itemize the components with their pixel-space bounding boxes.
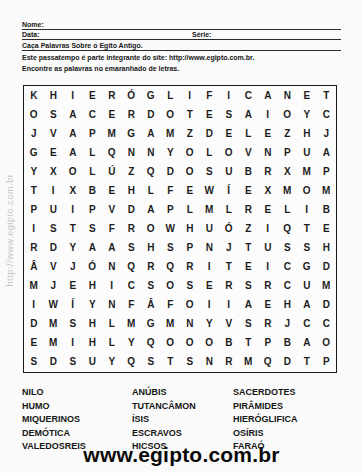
grid-cell-r4c14[interactable]: P xyxy=(278,143,298,162)
grid-cell-r15c9[interactable]: S xyxy=(180,353,200,372)
word-item: MIQUERINOS xyxy=(22,413,86,427)
grid-cell-r14c9[interactable]: O xyxy=(180,334,200,353)
grid-cell-r10c13[interactable]: I xyxy=(258,258,278,277)
grid-cell-r9c9[interactable]: P xyxy=(180,239,200,258)
grid-cell-r12c13[interactable]: E xyxy=(258,296,278,315)
grid-cell-r14c8[interactable]: O xyxy=(161,334,181,353)
word-item: ÍSIS xyxy=(132,413,196,427)
grid-cell-r1c6[interactable]: Ó xyxy=(122,86,142,105)
grid-cell-r11c14[interactable]: C xyxy=(278,277,298,296)
word-item: SACERDOTES xyxy=(233,386,298,400)
grid-cell-r5c9[interactable]: O xyxy=(180,162,200,181)
grid-cell-r5c1[interactable]: Y xyxy=(24,162,44,181)
grid-cell-r7c6[interactable]: D xyxy=(122,200,142,219)
grid-cell-r13c7[interactable]: G xyxy=(141,315,161,334)
grid-cell-r4c16[interactable]: A xyxy=(317,143,337,162)
grid-cell-r10c5[interactable]: N xyxy=(102,258,122,277)
source-note: Este passatempo é parte integrante do si… xyxy=(22,53,341,62)
grid-cell-r14c2[interactable]: M xyxy=(44,334,64,353)
grid-cell-r13c14[interactable]: J xyxy=(278,315,298,334)
grid-cell-r1c12[interactable]: C xyxy=(239,86,259,105)
grid-cell-r8c10[interactable]: U xyxy=(200,219,220,238)
grid-cell-r13c8[interactable]: M xyxy=(161,315,181,334)
grid-cell-r10c8[interactable]: Q xyxy=(161,258,181,277)
grid-cell-r4c5[interactable]: Q xyxy=(102,143,122,162)
grid-cell-r15c11[interactable]: R xyxy=(219,353,239,372)
grid-cell-r1c13[interactable]: A xyxy=(258,86,278,105)
grid-cell-r4c1[interactable]: G xyxy=(24,143,44,162)
grid-cell-r11c2[interactable]: J xyxy=(44,277,64,296)
grid-cell-r13c9[interactable]: N xyxy=(180,315,200,334)
grid-cell-r9c5[interactable]: A xyxy=(102,239,122,258)
grid-cell-r2c10[interactable]: E xyxy=(200,105,220,124)
grid-cell-r7c5[interactable]: V xyxy=(102,200,122,219)
grid-cell-r9c11[interactable]: J xyxy=(219,239,239,258)
grid-cell-r8c8[interactable]: W xyxy=(161,219,181,238)
grid-cell-r10c12[interactable]: E xyxy=(239,258,259,277)
grid-cell-r1c4[interactable]: E xyxy=(83,86,103,105)
grade-label: Série: xyxy=(192,30,211,39)
grid-cell-r13c12[interactable]: S xyxy=(239,315,259,334)
grid-cell-r8c3[interactable]: T xyxy=(63,219,83,238)
grid-cell-r15c5[interactable]: Y xyxy=(102,353,122,372)
name-field-row: Nome: xyxy=(22,20,341,30)
grid-cell-r2c12[interactable]: A xyxy=(239,105,259,124)
grid-cell-r13c15[interactable]: C xyxy=(297,315,317,334)
grid-cell-r3c6[interactable]: G xyxy=(122,124,142,143)
grid-cell-r11c10[interactable]: E xyxy=(200,277,220,296)
grid-cell-r2c1[interactable]: O xyxy=(24,105,44,124)
grid-cell-r7c13[interactable]: E xyxy=(258,200,278,219)
grid-cell-r5c13[interactable]: R xyxy=(258,162,278,181)
grid-cell-r11c5[interactable]: I xyxy=(102,277,122,296)
grid-cell-r11c11[interactable]: R xyxy=(219,277,239,296)
grid-cell-r13c5[interactable]: L xyxy=(102,315,122,334)
grid-cell-r14c7[interactable]: Q xyxy=(141,334,161,353)
grid-cell-r3c10[interactable]: D xyxy=(200,124,220,143)
grid-cell-r15c15[interactable]: T xyxy=(297,353,317,372)
grid-cell-r13c2[interactable]: M xyxy=(44,315,64,334)
grid-cell-r15c8[interactable]: T xyxy=(161,353,181,372)
grid-cell-r14c12[interactable]: T xyxy=(239,334,259,353)
grid-cell-r8c4[interactable]: S xyxy=(83,219,103,238)
grid-cell-r10c7[interactable]: R xyxy=(141,258,161,277)
grid-cell-r7c3[interactable]: I xyxy=(63,200,83,219)
grid-cell-r8c12[interactable]: Z xyxy=(239,219,259,238)
grid-cell-r1c7[interactable]: G xyxy=(141,86,161,105)
grid-cell-r3c5[interactable]: M xyxy=(102,124,122,143)
grid-cell-r4c6[interactable]: N xyxy=(122,143,142,162)
grid-cell-r11c4[interactable]: H xyxy=(83,277,103,296)
grid-cell-r6c10[interactable]: W xyxy=(200,181,220,200)
grid-cell-r8c9[interactable]: H xyxy=(180,219,200,238)
grid-cell-r12c16[interactable]: D xyxy=(317,296,337,315)
grid-cell-r13c6[interactable]: M xyxy=(122,315,142,334)
grid-cell-r8c16[interactable]: E xyxy=(317,219,337,238)
grid-cell-r15c6[interactable]: Q xyxy=(122,353,142,372)
grid-cell-r5c10[interactable]: S xyxy=(200,162,220,181)
grid-cell-r2c9[interactable]: T xyxy=(180,105,200,124)
grid-cell-r6c8[interactable]: F xyxy=(161,181,181,200)
grid-cell-r12c1[interactable]: I xyxy=(24,296,44,315)
grid-cell-r10c14[interactable]: C xyxy=(278,258,298,277)
word-item: HIERÓGLIFICA xyxy=(233,413,298,427)
grid-cell-r1c3[interactable]: I xyxy=(63,86,83,105)
grid-cell-r3c12[interactable]: L xyxy=(239,124,259,143)
grid-cell-r11c8[interactable]: O xyxy=(161,277,181,296)
grid-cell-r4c13[interactable]: N xyxy=(258,143,278,162)
grid-cell-r5c14[interactable]: X xyxy=(278,162,298,181)
grid-cell-r1c16[interactable]: T xyxy=(317,86,337,105)
grid-cell-r5c3[interactable]: O xyxy=(63,162,83,181)
grid-cell-r15c3[interactable]: S xyxy=(63,353,83,372)
grid-cell-r7c16[interactable]: B xyxy=(317,200,337,219)
grid-cell-r2c14[interactable]: O xyxy=(278,105,298,124)
grid-cell-r10c10[interactable]: I xyxy=(200,258,220,277)
grid-cell-r4c10[interactable]: L xyxy=(200,143,220,162)
grid-cell-r13c3[interactable]: S xyxy=(63,315,83,334)
grid-cell-r10c16[interactable]: D xyxy=(317,258,337,277)
side-watermark-url: http://www.egipto.com.br xyxy=(4,130,16,330)
grid-cell-r12c6[interactable]: F xyxy=(122,296,142,315)
grid-cell-r2c4[interactable]: C xyxy=(83,105,103,124)
grid-cell-r2c7[interactable]: D xyxy=(141,105,161,124)
grid-cell-r2c15[interactable]: Y xyxy=(297,105,317,124)
grid-cell-r8c13[interactable]: I xyxy=(258,219,278,238)
grid-cell-r5c2[interactable]: X xyxy=(44,162,64,181)
grid-cell-r12c2[interactable]: W xyxy=(44,296,64,315)
grid-cell-r7c12[interactable]: R xyxy=(239,200,259,219)
grid-cell-r8c1[interactable]: I xyxy=(24,219,44,238)
grid-cell-r4c4[interactable]: L xyxy=(83,143,103,162)
grid-cell-r14c3[interactable]: I xyxy=(63,334,83,353)
grid-cell-r5c16[interactable]: P xyxy=(317,162,337,181)
grid-cell-r12c4[interactable]: Y xyxy=(83,296,103,315)
grid-cell-r2c2[interactable]: S xyxy=(44,105,64,124)
grid-cell-r8c6[interactable]: R xyxy=(122,219,142,238)
grid-cell-r1c8[interactable]: L xyxy=(161,86,181,105)
grid-cell-r8c11[interactable]: Ó xyxy=(219,219,239,238)
grid-cell-r10c11[interactable]: T xyxy=(219,258,239,277)
grid-cell-r4c8[interactable]: Y xyxy=(161,143,181,162)
grid-cell-r6c5[interactable]: E xyxy=(102,181,122,200)
grid-cell-r11c7[interactable]: S xyxy=(141,277,161,296)
grid-cell-r7c8[interactable]: P xyxy=(161,200,181,219)
grid-cell-r7c11[interactable]: L xyxy=(219,200,239,219)
page-title: Caça Palavras Sobre o Egito Antigo. xyxy=(22,42,143,49)
grid-cell-r12c5[interactable]: N xyxy=(102,296,122,315)
grid-cell-r12c7[interactable]: Â xyxy=(141,296,161,315)
grid-cell-r6c7[interactable]: L xyxy=(141,181,161,200)
grid-cell-r1c9[interactable]: I xyxy=(180,86,200,105)
grid-cell-r12c12[interactable]: A xyxy=(239,296,259,315)
grid-cell-r6c11[interactable]: Í xyxy=(219,181,239,200)
grid-cell-r6c16[interactable]: M xyxy=(317,181,337,200)
word-item: ANÚBIS xyxy=(132,386,196,400)
grid-cell-r10c2[interactable]: V xyxy=(44,258,64,277)
grid-cell-r11c15[interactable]: U xyxy=(297,277,317,296)
grid-cell-r4c15[interactable]: U xyxy=(297,143,317,162)
grid-cell-r13c13[interactable]: R xyxy=(258,315,278,334)
name-label: Nome: xyxy=(22,21,44,28)
grid-cell-r11c3[interactable]: E xyxy=(63,277,83,296)
grid-cell-r3c7[interactable]: A xyxy=(141,124,161,143)
grid-cell-r13c4[interactable]: H xyxy=(83,315,103,334)
grid-cell-r5c15[interactable]: M xyxy=(297,162,317,181)
grid-cell-r11c12[interactable]: S xyxy=(239,277,259,296)
grid-cell-r9c4[interactable]: A xyxy=(83,239,103,258)
date-grade-row: Data: Série: xyxy=(22,30,341,40)
grid-cell-r6c1[interactable]: T xyxy=(24,181,44,200)
grid-cell-r7c2[interactable]: U xyxy=(44,200,64,219)
grid-cell-r14c16[interactable]: O xyxy=(317,334,337,353)
grid-cell-r6c2[interactable]: I xyxy=(44,181,64,200)
grid-cell-r8c5[interactable]: F xyxy=(102,219,122,238)
grid-cell-r3c4[interactable]: P xyxy=(83,124,103,143)
grid-cell-r9c7[interactable]: H xyxy=(141,239,161,258)
grid-cell-r11c13[interactable]: R xyxy=(258,277,278,296)
grid-cell-r14c1[interactable]: E xyxy=(24,334,44,353)
word-item: HUMO xyxy=(22,400,86,414)
grid-cell-r2c11[interactable]: S xyxy=(219,105,239,124)
grid-cell-r2c3[interactable]: A xyxy=(63,105,83,124)
grid-cell-r6c12[interactable]: E xyxy=(239,181,259,200)
grid-cell-r3c3[interactable]: A xyxy=(63,124,83,143)
grid-cell-r15c10[interactable]: N xyxy=(200,353,220,372)
grid-cell-r12c9[interactable]: O xyxy=(180,296,200,315)
grid-cell-r2c6[interactable]: R xyxy=(122,105,142,124)
grid-cell-r6c3[interactable]: X xyxy=(63,181,83,200)
grid-cell-r3c11[interactable]: E xyxy=(219,124,239,143)
title-row: Caça Palavras Sobre o Egito Antigo. xyxy=(22,41,341,51)
grid-cell-r3c1[interactable]: J xyxy=(24,124,44,143)
grid-cell-r8c14[interactable]: Q xyxy=(278,219,298,238)
grid-cell-r14c6[interactable]: Y xyxy=(122,334,142,353)
grid-cell-r1c2[interactable]: H xyxy=(44,86,64,105)
grid-cell-r11c6[interactable]: C xyxy=(122,277,142,296)
grid-cell-r3c16[interactable]: J xyxy=(317,124,337,143)
grid-cell-r3c14[interactable]: Z xyxy=(278,124,298,143)
word-item: PIRÂMIDES xyxy=(233,400,298,414)
grid-cell-r10c1[interactable]: Â xyxy=(24,258,44,277)
grid-cell-r3c9[interactable]: Z xyxy=(180,124,200,143)
grid-cell-r5c4[interactable]: L xyxy=(83,162,103,181)
grid-cell-r14c13[interactable]: P xyxy=(258,334,278,353)
grid-cell-r9c14[interactable]: S xyxy=(278,239,298,258)
grid-cell-r7c1[interactable]: P xyxy=(24,200,44,219)
grid-cell-r12c11[interactable]: I xyxy=(219,296,239,315)
grid-cell-r9c16[interactable]: H xyxy=(317,239,337,258)
grid-cell-r7c9[interactable]: L xyxy=(180,200,200,219)
grid-cell-r15c2[interactable]: D xyxy=(44,353,64,372)
grid-cell-r3c13[interactable]: E xyxy=(258,124,278,143)
grid-cell-r5c5[interactable]: Ú xyxy=(102,162,122,181)
word-search-grid: KHIERÓGLIFICANETOSACERDOTESAIOYCJVAPMGAM… xyxy=(23,85,337,373)
grid-cell-r8c15[interactable]: T xyxy=(297,219,317,238)
grid-cell-r9c10[interactable]: N xyxy=(200,239,220,258)
grid-cell-r12c10[interactable]: I xyxy=(200,296,220,315)
grid-cell-r1c10[interactable]: F xyxy=(200,86,220,105)
grid-cell-r14c15[interactable]: A xyxy=(297,334,317,353)
grid-cell-r1c5[interactable]: R xyxy=(102,86,122,105)
grid-cell-r2c16[interactable]: C xyxy=(317,105,337,124)
grid-cell-r1c1[interactable]: K xyxy=(24,86,44,105)
grid-cell-r9c3[interactable]: Y xyxy=(63,239,83,258)
word-item: OSÍRIS xyxy=(233,427,298,441)
grid-cell-r1c14[interactable]: N xyxy=(278,86,298,105)
grid-cell-r7c15[interactable]: I xyxy=(297,200,317,219)
grid-cell-r4c7[interactable]: N xyxy=(141,143,161,162)
grid-cell-r6c15[interactable]: O xyxy=(297,181,317,200)
grid-cell-r9c12[interactable]: T xyxy=(239,239,259,258)
grid-cell-r12c14[interactable]: H xyxy=(278,296,298,315)
grid-cell-r4c11[interactable]: O xyxy=(219,143,239,162)
grid-cell-r5c12[interactable]: B xyxy=(239,162,259,181)
grid-cell-r5c7[interactable]: Q xyxy=(141,162,161,181)
word-item: NILO xyxy=(22,386,86,400)
grid-cell-r11c1[interactable]: M xyxy=(24,277,44,296)
grid-cell-r12c8[interactable]: F xyxy=(161,296,181,315)
grid-cell-r4c2[interactable]: E xyxy=(44,143,64,162)
grid-cell-r14c4[interactable]: H xyxy=(83,334,103,353)
grid-cell-r10c6[interactable]: Q xyxy=(122,258,142,277)
grid-cell-r7c14[interactable]: L xyxy=(278,200,298,219)
grid-cell-r6c6[interactable]: H xyxy=(122,181,142,200)
grid-cell-r15c7[interactable]: S xyxy=(141,353,161,372)
footer-site-url: www.egipto.com.br xyxy=(0,443,363,467)
grid-cell-r14c5[interactable]: L xyxy=(102,334,122,353)
word-item: DEMÓTICA xyxy=(22,427,86,441)
grid-cell-r15c4[interactable]: U xyxy=(83,353,103,372)
grid-cell-r15c14[interactable]: D xyxy=(278,353,298,372)
grid-cell-r3c2[interactable]: V xyxy=(44,124,64,143)
grid-cell-r15c12[interactable]: M xyxy=(239,353,259,372)
grid-cell-r6c13[interactable]: X xyxy=(258,181,278,200)
grid-cell-r14c10[interactable]: O xyxy=(200,334,220,353)
grid-cell-r4c12[interactable]: V xyxy=(239,143,259,162)
grid-cell-r3c15[interactable]: H xyxy=(297,124,317,143)
grid-cell-r9c6[interactable]: S xyxy=(122,239,142,258)
grid-cell-r6c14[interactable]: M xyxy=(278,181,298,200)
grid-cell-r2c8[interactable]: O xyxy=(161,105,181,124)
grid-cell-r1c15[interactable]: E xyxy=(297,86,317,105)
grid-cell-r8c7[interactable]: O xyxy=(141,219,161,238)
word-item: ESCRAVOS xyxy=(132,427,196,441)
grid-cell-r13c16[interactable]: C xyxy=(317,315,337,334)
grid-cell-r10c15[interactable]: G xyxy=(297,258,317,277)
grid-cell-r15c16[interactable]: P xyxy=(317,353,337,372)
grid-cell-r2c5[interactable]: E xyxy=(102,105,122,124)
date-label: Data: xyxy=(22,31,40,38)
grid-cell-r13c1[interactable]: D xyxy=(24,315,44,334)
grid-cell-r9c13[interactable]: U xyxy=(258,239,278,258)
grid-cell-r11c9[interactable]: S xyxy=(180,277,200,296)
grid-cell-r7c7[interactable]: A xyxy=(141,200,161,219)
grid-cell-r7c4[interactable]: P xyxy=(83,200,103,219)
grid-cell-r10c3[interactable]: J xyxy=(63,258,83,277)
grid-cell-r14c14[interactable]: B xyxy=(278,334,298,353)
grid-cell-r8c2[interactable]: S xyxy=(44,219,64,238)
grid-cell-r1c11[interactable]: I xyxy=(219,86,239,105)
grid-cell-r13c10[interactable]: Y xyxy=(200,315,220,334)
grid-cell-r12c3[interactable]: Í xyxy=(63,296,83,315)
grid-cell-r2c13[interactable]: I xyxy=(258,105,278,124)
grid-cell-r9c8[interactable]: S xyxy=(161,239,181,258)
grid-cell-r5c8[interactable]: D xyxy=(161,162,181,181)
grid-cell-r15c13[interactable]: Q xyxy=(258,353,278,372)
grid-cell-r6c9[interactable]: E xyxy=(180,181,200,200)
grid-cell-r13c11[interactable]: V xyxy=(219,315,239,334)
grid-cell-r6c4[interactable]: B xyxy=(83,181,103,200)
grid-cell-r12c15[interactable]: A xyxy=(297,296,317,315)
grid-cell-r5c11[interactable]: U xyxy=(219,162,239,181)
grid-cell-r9c1[interactable]: R xyxy=(24,239,44,258)
grid-cell-r14c11[interactable]: B xyxy=(219,334,239,353)
grid-cell-r4c3[interactable]: A xyxy=(63,143,83,162)
grid-cell-r9c15[interactable]: S xyxy=(297,239,317,258)
grid-cell-r9c2[interactable]: D xyxy=(44,239,64,258)
grid-cell-r4c9[interactable]: O xyxy=(180,143,200,162)
instructions-text: Encontre as palavras no emaranhado de le… xyxy=(22,64,341,73)
grid-cell-r5c6[interactable]: Z xyxy=(122,162,142,181)
grid-cell-r7c10[interactable]: M xyxy=(200,200,220,219)
grid-cell-r10c9[interactable]: R xyxy=(180,258,200,277)
grid-cell-r11c16[interactable]: M xyxy=(317,277,337,296)
grid-cell-r15c1[interactable]: S xyxy=(24,353,44,372)
grid-cell-r10c4[interactable]: Ó xyxy=(83,258,103,277)
word-item: TUTANCÂMON xyxy=(132,400,196,414)
grid-cell-r3c8[interactable]: M xyxy=(161,124,181,143)
